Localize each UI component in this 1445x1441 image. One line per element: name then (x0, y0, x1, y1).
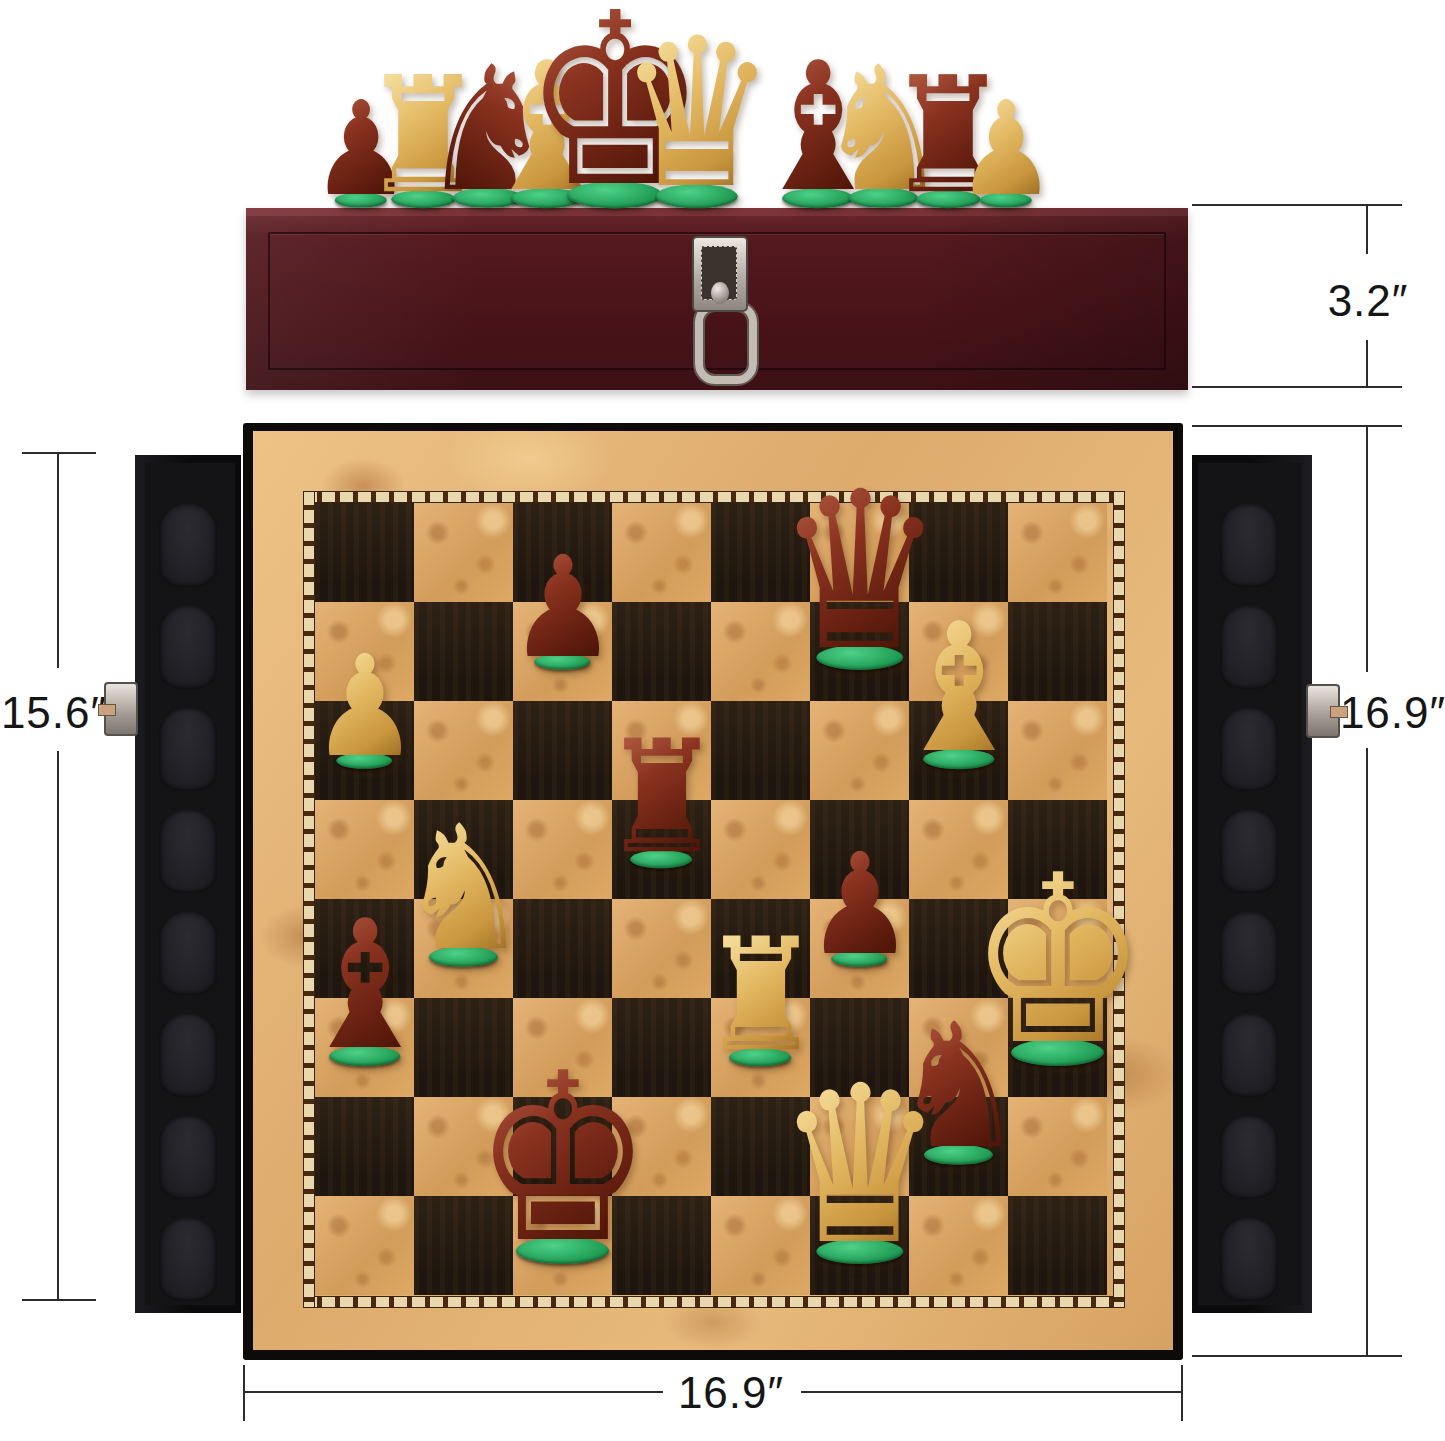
right-tray-foam (1198, 463, 1302, 1305)
piece-slot (1220, 1115, 1278, 1199)
pawn-glyph-icon: ♟ (311, 652, 419, 761)
bishop-glyph-icon: ♝ (296, 917, 433, 1056)
square-a8 (315, 503, 414, 602)
piece-slot (1220, 707, 1278, 791)
chess-piece-red-king: ♚ (459, 1069, 667, 1264)
left-tray-clasp (104, 682, 138, 736)
pawn-glyph-icon: ♟ (956, 99, 1056, 200)
right-tray-clasp (1306, 684, 1340, 738)
pawn-glyph-icon: ♟ (509, 553, 617, 662)
square-d8 (612, 503, 711, 602)
chess-piece-red-pawn: ♟ (500, 553, 626, 670)
rook-glyph-icon: ♜ (601, 737, 721, 859)
dimension-line (1192, 425, 1402, 427)
piece-slot (159, 605, 217, 689)
right-piece-tray (1192, 455, 1312, 1313)
latch-ring-icon (695, 302, 757, 384)
chess-piece-yellow-pawn: ♟ (948, 99, 1065, 208)
dimension-line (1366, 748, 1368, 1357)
piece-slot (159, 1115, 217, 1199)
dimension-line (243, 1391, 663, 1393)
square-b8 (414, 503, 513, 602)
square-b7 (414, 602, 513, 701)
piece-slot (159, 707, 217, 791)
dimension-line (22, 1299, 96, 1301)
chess-set-product-photo: 3.2″ 15.6″ 16.9″ 16.9″ ♟♛♟♝♜♞♟♝♜♚♞♚♛♟♜♞♝… (0, 0, 1445, 1441)
dimension-line (1366, 427, 1368, 672)
piece-slot (1220, 1217, 1278, 1301)
piece-slot (1220, 1013, 1278, 1097)
dimension-line (1181, 1365, 1183, 1421)
dimension-line (1366, 206, 1368, 254)
square-a2 (315, 1097, 414, 1196)
left-piece-tray (135, 455, 241, 1313)
piece-slot (1220, 503, 1278, 587)
piece-slot (159, 1013, 217, 1097)
king-glyph-icon: ♚ (473, 1069, 652, 1250)
dimension-line (22, 452, 96, 454)
piece-slot (1220, 911, 1278, 995)
queen-glyph-icon: ♛ (775, 1081, 943, 1251)
chess-piece-yellow-bishop: ♝ (879, 620, 1039, 769)
piece-slot (159, 1217, 217, 1301)
square-b6 (414, 701, 513, 800)
dimension-line (1192, 204, 1402, 206)
piece-slot (159, 503, 217, 587)
bishop-glyph-icon: ♝ (890, 620, 1027, 759)
dimension-line (1366, 340, 1368, 388)
square-a1 (315, 1196, 414, 1295)
dimension-label-board-width: 16.9″ (631, 1368, 831, 1418)
left-tray-foam (145, 463, 235, 1305)
inlay-border-bottom (303, 1296, 1125, 1308)
chess-piece-yellow-pawn: ♟ (302, 652, 428, 769)
chess-piece-red-bishop: ♝ (285, 917, 445, 1066)
piece-slot (1220, 809, 1278, 893)
dimension-label-drawer-height: 3.2″ (1268, 276, 1445, 326)
dimension-line (243, 1365, 245, 1421)
piece-slot (1220, 605, 1278, 689)
square-d7 (612, 602, 711, 701)
piece-slot (159, 809, 217, 893)
dimension-line (1192, 1355, 1402, 1357)
dimension-line (1192, 386, 1402, 388)
inlay-border-top (303, 491, 1125, 503)
dimension-line (57, 751, 59, 1301)
latch-plate-icon (692, 236, 748, 312)
square-h1 (1008, 1196, 1107, 1295)
chess-piece-red-rook: ♜ (592, 737, 732, 868)
chess-piece-yellow-queen: ♛ (762, 1081, 957, 1264)
latch-knob-icon (711, 282, 729, 304)
piece-slot (159, 911, 217, 995)
dimension-line (57, 454, 59, 668)
dimension-line (801, 1391, 1183, 1393)
